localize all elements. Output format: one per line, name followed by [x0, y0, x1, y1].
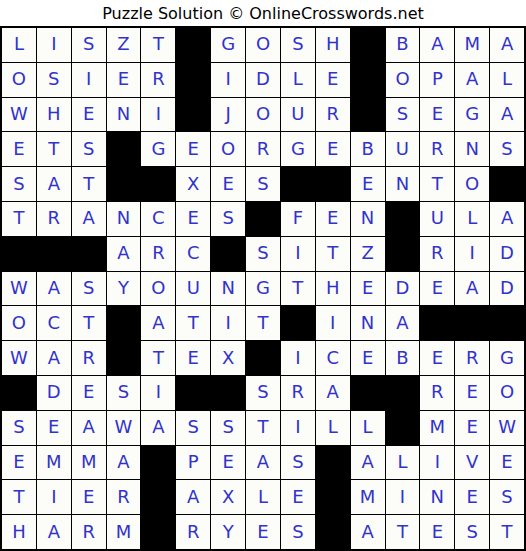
letter-cell-r15c15: T: [490, 515, 524, 549]
letter-cell-r4c9: G: [281, 132, 315, 166]
letter-cell-r15c11: A: [351, 515, 385, 549]
letter-cell-r1c4: Z: [107, 28, 141, 62]
letter-cell-r4c5: G: [141, 132, 175, 166]
letter-cell-r11c3: E: [72, 376, 106, 410]
letter-cell-r2c14: A: [455, 63, 489, 97]
letter-cell-r8c7: N: [211, 272, 245, 306]
letter-cell-r9c10: I: [316, 306, 350, 340]
letter-cell-r4c11: B: [351, 132, 385, 166]
letter-cell-r10c9: I: [281, 341, 315, 375]
black-cell-r3c11: [351, 98, 385, 132]
black-cell-r15c10: [316, 515, 350, 549]
letter-cell-r8c1: W: [2, 272, 36, 306]
letter-cell-r15c2: A: [37, 515, 71, 549]
black-cell-r9c4: [107, 306, 141, 340]
letter-cell-r8c14: A: [455, 272, 489, 306]
letter-cell-r2c15: L: [490, 63, 524, 97]
letter-cell-r6c13: U: [420, 202, 454, 236]
letter-cell-r6c10: E: [316, 202, 350, 236]
black-cell-r2c6: [176, 63, 210, 97]
black-cell-r5c9: [281, 167, 315, 201]
black-cell-r10c8: [246, 341, 280, 375]
letter-cell-r13c1: E: [2, 446, 36, 480]
letter-cell-r11c8: S: [246, 376, 280, 410]
letter-cell-r15c8: E: [246, 515, 280, 549]
letter-cell-r3c15: A: [490, 98, 524, 132]
puzzle-title: Puzzle Solution © OnlineCrosswords.net: [0, 0, 526, 26]
letter-cell-r6c4: N: [107, 202, 141, 236]
letter-cell-r12c2: E: [37, 411, 71, 445]
letter-cell-r10c3: R: [72, 341, 106, 375]
letter-cell-r10c5: T: [141, 341, 175, 375]
letter-cell-r3c4: N: [107, 98, 141, 132]
letter-cell-r4c2: T: [37, 132, 71, 166]
letter-cell-r14c6: A: [176, 480, 210, 514]
letter-cell-r5c1: S: [2, 167, 36, 201]
letter-cell-r1c3: S: [72, 28, 106, 62]
black-cell-r15c5: [141, 515, 175, 549]
letter-cell-r14c13: N: [420, 480, 454, 514]
letter-cell-r4c7: O: [211, 132, 245, 166]
letter-cell-r4c14: N: [455, 132, 489, 166]
letter-cell-r9c5: A: [141, 306, 175, 340]
letter-cell-r15c3: R: [72, 515, 106, 549]
letter-cell-r13c13: I: [420, 446, 454, 480]
letter-cell-r13c12: L: [386, 446, 420, 480]
letter-cell-r12c14: E: [455, 411, 489, 445]
letter-cell-r11c9: R: [281, 376, 315, 410]
letter-cell-r9c2: C: [37, 306, 71, 340]
letter-cell-r2c7: I: [211, 63, 245, 97]
letter-cell-r7c6: C: [176, 237, 210, 271]
letter-cell-r12c7: S: [211, 411, 245, 445]
letter-cell-r10c2: A: [37, 341, 71, 375]
letter-cell-r12c5: A: [141, 411, 175, 445]
letter-cell-r12c4: W: [107, 411, 141, 445]
letter-cell-r9c3: T: [72, 306, 106, 340]
letter-cell-r6c3: A: [72, 202, 106, 236]
letter-cell-r13c2: M: [37, 446, 71, 480]
letter-cell-r10c15: G: [490, 341, 524, 375]
black-cell-r5c5: [141, 167, 175, 201]
crossword-grid: LISZTGOSHBAMAOSIERIDLEOPALWHENIJOURSEGAE…: [0, 26, 526, 551]
letter-cell-r13c15: E: [490, 446, 524, 480]
black-cell-r7c3: [72, 237, 106, 271]
letter-cell-r2c10: E: [316, 63, 350, 97]
letter-cell-r15c1: H: [2, 515, 36, 549]
letter-cell-r10c11: E: [351, 341, 385, 375]
black-cell-r11c1: [2, 376, 36, 410]
letter-cell-r14c11: M: [351, 480, 385, 514]
letter-cell-r11c5: I: [141, 376, 175, 410]
letter-cell-r9c11: N: [351, 306, 385, 340]
letter-cell-r1c8: O: [246, 28, 280, 62]
letter-cell-r3c14: G: [455, 98, 489, 132]
black-cell-r9c14: [455, 306, 489, 340]
letter-cell-r2c2: S: [37, 63, 71, 97]
black-cell-r7c7: [211, 237, 245, 271]
letter-cell-r2c5: R: [141, 63, 175, 97]
letter-cell-r1c5: T: [141, 28, 175, 62]
letter-cell-r7c8: S: [246, 237, 280, 271]
letter-cell-r10c1: W: [2, 341, 36, 375]
letter-cell-r5c11: E: [351, 167, 385, 201]
black-cell-r11c12: [386, 376, 420, 410]
letter-cell-r14c14: E: [455, 480, 489, 514]
letter-cell-r7c13: R: [420, 237, 454, 271]
letter-cell-r2c3: I: [72, 63, 106, 97]
letter-cell-r7c5: R: [141, 237, 175, 271]
letter-cell-r13c6: P: [176, 446, 210, 480]
letter-cell-r2c1: O: [2, 63, 36, 97]
letter-cell-r9c6: T: [176, 306, 210, 340]
letter-cell-r4c13: R: [420, 132, 454, 166]
letter-cell-r6c1: T: [2, 202, 36, 236]
black-cell-r5c10: [316, 167, 350, 201]
black-cell-r4c4: [107, 132, 141, 166]
letter-cell-r14c12: I: [386, 480, 420, 514]
black-cell-r14c10: [316, 480, 350, 514]
letter-cell-r13c9: S: [281, 446, 315, 480]
letter-cell-r2c4: E: [107, 63, 141, 97]
letter-cell-r3c9: U: [281, 98, 315, 132]
letter-cell-r3c8: O: [246, 98, 280, 132]
letter-cell-r3c5: I: [141, 98, 175, 132]
black-cell-r5c4: [107, 167, 141, 201]
letter-cell-r1c7: G: [211, 28, 245, 62]
letter-cell-r3c2: H: [37, 98, 71, 132]
letter-cell-r4c6: E: [176, 132, 210, 166]
letter-cell-r13c14: V: [455, 446, 489, 480]
letter-cell-r5c8: S: [246, 167, 280, 201]
letter-cell-r10c6: E: [176, 341, 210, 375]
letter-cell-r8c13: E: [420, 272, 454, 306]
letter-cell-r12c3: A: [72, 411, 106, 445]
letter-cell-r2c9: L: [281, 63, 315, 97]
black-cell-r11c11: [351, 376, 385, 410]
letter-cell-r7c11: Z: [351, 237, 385, 271]
letter-cell-r3c12: S: [386, 98, 420, 132]
letter-cell-r15c13: E: [420, 515, 454, 549]
letter-cell-r5c13: T: [420, 167, 454, 201]
letter-cell-r14c4: R: [107, 480, 141, 514]
letter-cell-r12c1: S: [2, 411, 36, 445]
letter-cell-r7c14: I: [455, 237, 489, 271]
letter-cell-r14c15: S: [490, 480, 524, 514]
letter-cell-r8c6: U: [176, 272, 210, 306]
letter-cell-r5c6: X: [176, 167, 210, 201]
black-cell-r12c12: [386, 411, 420, 445]
black-cell-r5c15: [490, 167, 524, 201]
letter-cell-r10c14: R: [455, 341, 489, 375]
letter-cell-r15c12: T: [386, 515, 420, 549]
letter-cell-r14c1: T: [2, 480, 36, 514]
letter-cell-r8c2: A: [37, 272, 71, 306]
letter-cell-r8c9: T: [281, 272, 315, 306]
letter-cell-r5c7: E: [211, 167, 245, 201]
letter-cell-r4c12: U: [386, 132, 420, 166]
letter-cell-r4c15: S: [490, 132, 524, 166]
black-cell-r11c7: [211, 376, 245, 410]
letter-cell-r2c13: P: [420, 63, 454, 97]
letter-cell-r15c6: R: [176, 515, 210, 549]
black-cell-r9c9: [281, 306, 315, 340]
letter-cell-r7c10: T: [316, 237, 350, 271]
letter-cell-r15c14: S: [455, 515, 489, 549]
letter-cell-r12c9: I: [281, 411, 315, 445]
letter-cell-r1c12: B: [386, 28, 420, 62]
black-cell-r6c8: [246, 202, 280, 236]
letter-cell-r5c12: N: [386, 167, 420, 201]
letter-cell-r14c8: L: [246, 480, 280, 514]
black-cell-r3c6: [176, 98, 210, 132]
letter-cell-r6c7: S: [211, 202, 245, 236]
letter-cell-r13c11: A: [351, 446, 385, 480]
letter-cell-r10c13: E: [420, 341, 454, 375]
letter-cell-r7c15: D: [490, 237, 524, 271]
letter-cell-r8c3: S: [72, 272, 106, 306]
black-cell-r6c12: [386, 202, 420, 236]
letter-cell-r11c14: E: [455, 376, 489, 410]
letter-cell-r2c8: D: [246, 63, 280, 97]
letter-cell-r6c14: L: [455, 202, 489, 236]
letter-cell-r6c9: F: [281, 202, 315, 236]
letter-cell-r6c6: E: [176, 202, 210, 236]
letter-cell-r11c2: D: [37, 376, 71, 410]
letter-cell-r11c4: S: [107, 376, 141, 410]
black-cell-r7c2: [37, 237, 71, 271]
letter-cell-r13c3: M: [72, 446, 106, 480]
letter-cell-r10c12: B: [386, 341, 420, 375]
black-cell-r2c11: [351, 63, 385, 97]
letter-cell-r7c4: A: [107, 237, 141, 271]
letter-cell-r3c1: W: [2, 98, 36, 132]
letter-cell-r13c8: A: [246, 446, 280, 480]
black-cell-r13c5: [141, 446, 175, 480]
letter-cell-r12c6: S: [176, 411, 210, 445]
letter-cell-r1c15: A: [490, 28, 524, 62]
black-cell-r7c1: [2, 237, 36, 271]
letter-cell-r1c1: L: [2, 28, 36, 62]
black-cell-r11c6: [176, 376, 210, 410]
black-cell-r9c13: [420, 306, 454, 340]
letter-cell-r1c14: M: [455, 28, 489, 62]
black-cell-r9c15: [490, 306, 524, 340]
black-cell-r13c10: [316, 446, 350, 480]
letter-cell-r3c13: E: [420, 98, 454, 132]
letter-cell-r11c10: A: [316, 376, 350, 410]
letter-cell-r1c9: S: [281, 28, 315, 62]
letter-cell-r4c3: S: [72, 132, 106, 166]
letter-cell-r1c10: H: [316, 28, 350, 62]
black-cell-r1c11: [351, 28, 385, 62]
letter-cell-r8c15: D: [490, 272, 524, 306]
letter-cell-r3c3: E: [72, 98, 106, 132]
puzzle-solution-page: Puzzle Solution © OnlineCrosswords.net L…: [0, 0, 526, 551]
letter-cell-r10c10: C: [316, 341, 350, 375]
letter-cell-r9c8: T: [246, 306, 280, 340]
letter-cell-r3c7: J: [211, 98, 245, 132]
letter-cell-r6c2: R: [37, 202, 71, 236]
letter-cell-r8c4: Y: [107, 272, 141, 306]
letter-cell-r11c13: R: [420, 376, 454, 410]
letter-cell-r1c2: I: [37, 28, 71, 62]
letter-cell-r8c10: H: [316, 272, 350, 306]
letter-cell-r10c7: X: [211, 341, 245, 375]
letter-cell-r12c8: T: [246, 411, 280, 445]
black-cell-r10c4: [107, 341, 141, 375]
black-cell-r14c5: [141, 480, 175, 514]
letter-cell-r8c12: D: [386, 272, 420, 306]
letter-cell-r8c5: O: [141, 272, 175, 306]
letter-cell-r15c4: M: [107, 515, 141, 549]
letter-cell-r7c9: I: [281, 237, 315, 271]
letter-cell-r1c13: A: [420, 28, 454, 62]
letter-cell-r13c4: A: [107, 446, 141, 480]
letter-cell-r4c8: R: [246, 132, 280, 166]
letter-cell-r8c11: E: [351, 272, 385, 306]
letter-cell-r6c11: N: [351, 202, 385, 236]
letter-cell-r15c9: S: [281, 515, 315, 549]
letter-cell-r8c8: G: [246, 272, 280, 306]
letter-cell-r12c10: L: [316, 411, 350, 445]
letter-cell-r4c10: E: [316, 132, 350, 166]
letter-cell-r9c7: I: [211, 306, 245, 340]
letter-cell-r6c15: A: [490, 202, 524, 236]
letter-cell-r14c2: I: [37, 480, 71, 514]
letter-cell-r12c11: L: [351, 411, 385, 445]
letter-cell-r14c7: X: [211, 480, 245, 514]
letter-cell-r9c1: O: [2, 306, 36, 340]
letter-cell-r14c3: E: [72, 480, 106, 514]
letter-cell-r9c12: A: [386, 306, 420, 340]
letter-cell-r5c3: T: [72, 167, 106, 201]
black-cell-r7c12: [386, 237, 420, 271]
letter-cell-r14c9: E: [281, 480, 315, 514]
letter-cell-r12c13: M: [420, 411, 454, 445]
letter-cell-r11c15: O: [490, 376, 524, 410]
letter-cell-r13c7: E: [211, 446, 245, 480]
letter-cell-r15c7: Y: [211, 515, 245, 549]
black-cell-r1c6: [176, 28, 210, 62]
letter-cell-r5c2: A: [37, 167, 71, 201]
letter-cell-r2c12: O: [386, 63, 420, 97]
letter-cell-r5c14: O: [455, 167, 489, 201]
letter-cell-r12c15: W: [490, 411, 524, 445]
letter-cell-r4c1: E: [2, 132, 36, 166]
letter-cell-r6c5: C: [141, 202, 175, 236]
letter-cell-r3c10: R: [316, 98, 350, 132]
